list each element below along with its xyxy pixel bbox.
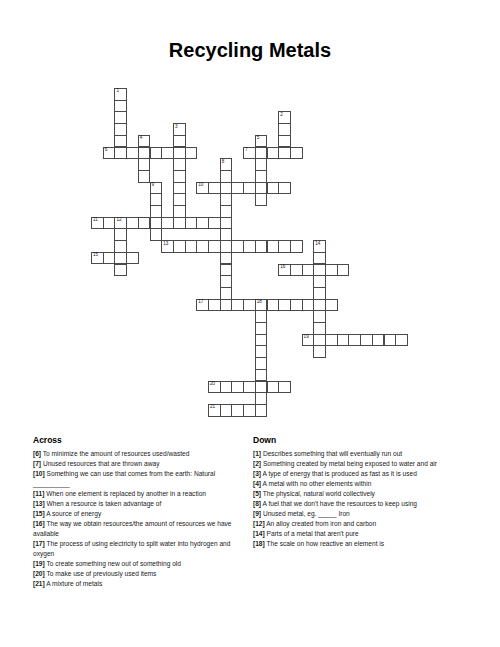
across-clue-list: [6] To minimize the amount of resources … xyxy=(33,449,251,589)
down-clue-list: [1] Describes something that will eventu… xyxy=(253,449,469,549)
cell-number-1: 1 xyxy=(116,89,119,94)
clue-across-11: [11] When one element is replaced by ano… xyxy=(33,489,251,499)
cell-number-7: 7 xyxy=(245,148,248,153)
cell-number-10: 10 xyxy=(198,183,203,188)
cell-number-5: 5 xyxy=(257,136,260,141)
clue-down-2: [2] Something created by metal being exp… xyxy=(253,459,469,469)
clue-across-21: [21] A mixture of metals xyxy=(33,579,251,589)
crossword-grid: 123456789101112131415161718192021 xyxy=(91,88,409,418)
grid-cell[interactable] xyxy=(290,240,303,253)
clue-across-10: [10] Something we can use that comes fro… xyxy=(33,469,251,489)
clue-across-13: [13] When a resource is taken advantage … xyxy=(33,499,251,509)
cell-number-3: 3 xyxy=(175,125,178,130)
clue-down-18: [18] The scale on how reactive an elemen… xyxy=(253,539,469,549)
clue-down-5: [5] The physical, natural world collecti… xyxy=(253,489,469,499)
down-clues-column: Down [1] Describes something that will e… xyxy=(253,435,469,549)
grid-cell[interactable] xyxy=(185,147,198,160)
clue-down-4: [4] A metal with no other elements withi… xyxy=(253,479,469,489)
clue-across-17: [17] The process of using electricity to… xyxy=(33,539,251,559)
cell-number-12: 12 xyxy=(116,218,121,223)
clue-across-15: [15] A source of energy xyxy=(33,509,251,519)
cell-number-8: 8 xyxy=(222,160,225,165)
grid-cell[interactable] xyxy=(114,264,127,277)
down-header: Down xyxy=(253,435,469,445)
cell-number-19: 19 xyxy=(304,335,309,340)
clue-down-9: [9] Unused metal, eg. _____ Iron xyxy=(253,509,469,519)
cell-number-20: 20 xyxy=(210,382,215,387)
cell-number-11: 11 xyxy=(93,218,98,223)
clue-down-8: [8] A fuel that we don't have the resour… xyxy=(253,499,469,509)
cell-number-15: 15 xyxy=(93,253,98,258)
grid-cell[interactable] xyxy=(126,252,139,265)
cell-number-2: 2 xyxy=(280,113,283,118)
clue-across-6: [6] To minimize the amount of resources … xyxy=(33,449,251,459)
cell-number-21: 21 xyxy=(210,405,215,410)
cell-number-9: 9 xyxy=(152,183,155,188)
clue-down-3: [3] A type of energy that is produced as… xyxy=(253,469,469,479)
cell-number-14: 14 xyxy=(315,242,320,247)
puzzle-title: Recycling Metals xyxy=(0,39,500,62)
across-header: Across xyxy=(33,435,251,445)
clue-across-7: [7] Unused resources that are thrown awa… xyxy=(33,459,251,469)
cell-number-17: 17 xyxy=(198,300,203,305)
across-clues-column: Across [6] To minimize the amount of res… xyxy=(33,435,251,589)
clue-down-1: [1] Describes something that will eventu… xyxy=(253,449,469,459)
cell-number-4: 4 xyxy=(140,136,143,141)
cell-number-13: 13 xyxy=(163,242,168,247)
grid-cell[interactable] xyxy=(290,147,303,160)
cell-number-6: 6 xyxy=(105,148,108,153)
grid-cell[interactable] xyxy=(278,381,291,394)
grid-cell[interactable] xyxy=(255,193,268,206)
grid-cell[interactable] xyxy=(337,264,350,277)
grid-cell[interactable] xyxy=(395,334,408,347)
grid-cell[interactable] xyxy=(325,299,338,312)
grid-cell[interactable] xyxy=(313,345,326,358)
cell-number-16: 16 xyxy=(280,265,285,270)
grid-cell[interactable] xyxy=(278,182,291,195)
clue-down-12: [12] An alloy created from iron and carb… xyxy=(253,519,469,529)
page: Recycling Metals 12345678910111213141516… xyxy=(0,0,500,647)
clue-across-20: [20] To make use of previously used item… xyxy=(33,569,251,579)
clue-across-19: [19] To create something new out of some… xyxy=(33,559,251,569)
grid-cell[interactable] xyxy=(255,404,268,417)
cell-number-18: 18 xyxy=(257,300,262,305)
clue-across-16: [16] The way we obtain resources/the amo… xyxy=(33,519,251,539)
clue-down-14: [14] Parts of a metal that aren't pure xyxy=(253,529,469,539)
